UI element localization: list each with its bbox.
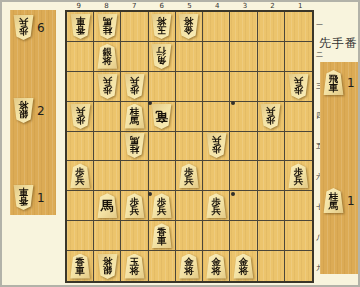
square-5-5[interactable]: [176, 132, 203, 162]
shogi-piece-knight-sente[interactable]: 桂馬: [124, 104, 145, 129]
square-9-2[interactable]: [67, 42, 94, 72]
piece-face: 香車: [151, 223, 172, 248]
gote-captured-stand: 歩兵6銀将2香車1: [10, 10, 56, 215]
file-label-8: 8: [93, 2, 121, 10]
file-label-7: 7: [120, 2, 148, 10]
shogi-piece-pawn-sente[interactable]: 歩兵: [288, 163, 309, 188]
shogi-piece-silver-gote[interactable]: 銀将: [13, 98, 34, 123]
piece-kanji: 歩: [294, 86, 304, 95]
shogi-piece-gold-sente[interactable]: 金将: [178, 254, 199, 279]
square-6-7[interactable]: 歩兵: [149, 191, 176, 221]
file-label-2: 2: [259, 2, 287, 10]
square-5-7[interactable]: [176, 191, 203, 221]
piece-kanji: 将: [184, 266, 194, 275]
shogi-piece-pawn-gote[interactable]: 歩兵: [260, 104, 281, 129]
shogi-piece-lance-sente[interactable]: 香車: [70, 254, 91, 279]
piece-kanji: 兵: [211, 137, 221, 146]
square-8-8[interactable]: [94, 221, 121, 251]
piece-kanji: 車: [75, 17, 85, 26]
shogi-piece-lance-gote[interactable]: 香車: [13, 185, 34, 210]
square-8-7[interactable]: 馬: [94, 191, 121, 221]
square-2-4[interactable]: 歩兵: [258, 102, 285, 132]
file-label-5: 5: [176, 2, 204, 10]
piece-kanji: 兵: [211, 206, 221, 215]
piece-face: 歩兵: [206, 193, 227, 218]
piece-face: 銀将: [97, 44, 118, 69]
square-1-1[interactable]: [285, 12, 312, 42]
piece-kanji: 玉: [157, 26, 167, 35]
shogi-piece-gold-sente[interactable]: 金将: [233, 254, 254, 279]
file-label-9: 9: [65, 2, 93, 10]
piece-face: 銀将: [13, 98, 34, 123]
square-4-9[interactable]: 金将: [203, 251, 230, 281]
piece-face: 歩兵: [260, 104, 281, 129]
shogi-piece-pawn-gote[interactable]: 歩兵: [288, 74, 309, 99]
square-9-7[interactable]: [67, 191, 94, 221]
piece-face: 桂馬: [124, 133, 145, 158]
piece-kanji: 車: [329, 83, 339, 92]
piece-face: 竜: [151, 104, 172, 129]
piece-kanji: 将: [19, 102, 29, 111]
square-9-6[interactable]: 歩兵: [67, 161, 94, 191]
shogi-piece-gold-gote[interactable]: 金将: [178, 14, 199, 39]
square-8-9[interactable]: 銀将: [94, 251, 121, 281]
piece-kanji: 桂: [130, 146, 140, 155]
piece-kanji: 将: [211, 266, 221, 275]
shogi-piece-pawn-gote[interactable]: 歩兵: [206, 133, 227, 158]
square-1-7[interactable]: [285, 191, 312, 221]
shogi-piece-king-gote[interactable]: 玉将: [151, 14, 172, 39]
square-7-9[interactable]: 玉将: [121, 251, 148, 281]
piece-kanji: 車: [19, 189, 29, 198]
board-star-point: [148, 101, 152, 105]
gote-hand-pawn-count: 6: [37, 22, 45, 34]
piece-kanji: 角: [157, 56, 167, 65]
shogi-piece-pawn-gote[interactable]: 歩兵: [13, 15, 34, 40]
piece-face: 歩兵: [288, 74, 309, 99]
square-9-1[interactable]: 香車: [67, 12, 94, 42]
square-7-7[interactable]: 歩兵: [121, 191, 148, 221]
piece-face: 玉将: [151, 14, 172, 39]
turn-indicator: 先手番: [319, 35, 360, 52]
shogi-piece-rook-sente[interactable]: 飛車: [323, 70, 344, 95]
sente-hand-knight-count: 1: [347, 195, 355, 207]
shogi-piece-silver-sente[interactable]: 銀将: [97, 44, 118, 69]
shogi-piece-lance-sente[interactable]: 香車: [151, 223, 172, 248]
piece-kanji: 馬: [130, 116, 140, 125]
square-8-3[interactable]: 歩兵: [94, 72, 121, 102]
square-3-9[interactable]: 金将: [230, 251, 257, 281]
piece-kanji: 馬: [103, 17, 113, 26]
square-3-7[interactable]: [230, 191, 257, 221]
shogi-piece-pawn-gote[interactable]: 歩兵: [124, 74, 145, 99]
piece-face: 歩兵: [288, 163, 309, 188]
piece-face: 角行: [151, 44, 172, 69]
square-7-2[interactable]: [121, 42, 148, 72]
square-8-2[interactable]: 銀将: [94, 42, 121, 72]
square-1-2[interactable]: [285, 42, 312, 72]
square-6-2[interactable]: 角行: [149, 42, 176, 72]
shogi-piece-knight-sente[interactable]: 桂馬: [323, 188, 344, 213]
square-2-9[interactable]: [258, 251, 285, 281]
file-coordinate-labels: 987654321: [65, 2, 314, 10]
square-9-9[interactable]: 香車: [67, 251, 94, 281]
square-5-1[interactable]: 金将: [176, 12, 203, 42]
gote-hand-pawn[interactable]: 歩兵6: [10, 15, 56, 40]
piece-kanji: 銀: [19, 111, 29, 120]
shogi-piece-knight-gote[interactable]: 桂馬: [124, 133, 145, 158]
piece-face: 香車: [70, 254, 91, 279]
square-9-5[interactable]: [67, 132, 94, 162]
square-4-4[interactable]: [203, 102, 230, 132]
square-7-8[interactable]: [121, 221, 148, 251]
square-5-2[interactable]: [176, 42, 203, 72]
piece-face: 歩兵: [13, 15, 34, 40]
piece-face: 歩兵: [151, 193, 172, 218]
square-8-6[interactable]: [94, 161, 121, 191]
board-star-point: [231, 192, 235, 196]
piece-face: 桂馬: [323, 188, 344, 213]
piece-kanji: 兵: [75, 107, 85, 116]
piece-kanji: 香: [19, 198, 29, 207]
square-4-8[interactable]: [203, 221, 230, 251]
square-5-6[interactable]: 歩兵: [176, 161, 203, 191]
square-2-8[interactable]: [258, 221, 285, 251]
shogi-piece-pawn-sente[interactable]: 歩兵: [124, 193, 145, 218]
square-6-1[interactable]: 玉将: [149, 12, 176, 42]
sente-captured-stand: 飛車1桂馬1: [320, 62, 358, 274]
piece-kanji: 行: [157, 47, 167, 56]
square-1-5[interactable]: [285, 132, 312, 162]
square-5-4[interactable]: [176, 102, 203, 132]
gote-hand-silver-count: 2: [37, 105, 45, 117]
square-5-9[interactable]: 金将: [176, 251, 203, 281]
piece-kanji: 車: [157, 236, 167, 245]
square-4-3[interactable]: [203, 72, 230, 102]
piece-kanji: 兵: [294, 176, 304, 185]
square-7-6[interactable]: [121, 161, 148, 191]
piece-face: 金将: [178, 254, 199, 279]
piece-kanji: 歩: [266, 116, 276, 125]
square-2-2[interactable]: [258, 42, 285, 72]
sente-hand-knight[interactable]: 桂馬1: [320, 188, 358, 213]
square-4-1[interactable]: [203, 12, 230, 42]
piece-kanji: 歩: [211, 146, 221, 155]
shogi-piece-promoted-rook-gote[interactable]: 竜: [151, 104, 172, 129]
file-label-3: 3: [231, 2, 259, 10]
shogi-piece-lance-gote[interactable]: 香車: [70, 14, 91, 39]
piece-kanji: 兵: [266, 107, 276, 116]
shogi-diagram: 歩兵6銀将2香車1 987654321 香車桂馬玉将金将銀将角行歩兵歩兵歩兵歩兵…: [0, 0, 360, 287]
square-3-6[interactable]: [230, 161, 257, 191]
file-label-1: 1: [286, 2, 314, 10]
sente-hand-rook-count: 1: [347, 77, 355, 89]
shogi-piece-gold-sente[interactable]: 金将: [206, 254, 227, 279]
piece-face: 馬: [97, 193, 118, 218]
piece-face: 銀将: [97, 254, 118, 279]
piece-face: 歩兵: [97, 74, 118, 99]
square-1-6[interactable]: 歩兵: [285, 161, 312, 191]
square-2-5[interactable]: [258, 132, 285, 162]
square-1-3[interactable]: 歩兵: [285, 72, 312, 102]
shogi-piece-pawn-sente[interactable]: 歩兵: [206, 193, 227, 218]
piece-face: 桂馬: [97, 14, 118, 39]
piece-kanji: 香: [75, 26, 85, 35]
square-4-7[interactable]: 歩兵: [203, 191, 230, 221]
square-4-6[interactable]: [203, 161, 230, 191]
file-label-4: 4: [203, 2, 231, 10]
square-2-7[interactable]: [258, 191, 285, 221]
square-4-2[interactable]: [203, 42, 230, 72]
shogi-piece-pawn-sente[interactable]: 歩兵: [70, 163, 91, 188]
square-3-1[interactable]: [230, 12, 257, 42]
square-9-3[interactable]: [67, 72, 94, 102]
square-7-4[interactable]: 桂馬: [121, 102, 148, 132]
square-7-3[interactable]: 歩兵: [121, 72, 148, 102]
square-7-5[interactable]: 桂馬: [121, 132, 148, 162]
piece-kanji: 兵: [130, 77, 140, 86]
piece-face: 香車: [13, 185, 34, 210]
square-1-8[interactable]: [285, 221, 312, 251]
square-3-8[interactable]: [230, 221, 257, 251]
square-6-3[interactable]: [149, 72, 176, 102]
piece-kanji: 銀: [103, 266, 113, 275]
square-5-8[interactable]: [176, 221, 203, 251]
piece-kanji: 歩: [103, 86, 113, 95]
square-8-5[interactable]: [94, 132, 121, 162]
piece-face: 歩兵: [70, 163, 91, 188]
piece-face: 歩兵: [70, 104, 91, 129]
piece-kanji: 将: [130, 266, 140, 275]
shogi-board: 香車桂馬玉将金将銀将角行歩兵歩兵歩兵歩兵桂馬竜歩兵桂馬歩兵歩兵歩兵歩兵馬歩兵歩兵…: [65, 10, 314, 283]
piece-kanji: 歩: [130, 86, 140, 95]
piece-kanji: 竜: [155, 109, 168, 123]
square-4-5[interactable]: 歩兵: [203, 132, 230, 162]
piece-face: 歩兵: [124, 193, 145, 218]
piece-kanji: 兵: [130, 206, 140, 215]
piece-kanji: 兵: [75, 176, 85, 185]
shogi-piece-pawn-sente[interactable]: 歩兵: [178, 163, 199, 188]
piece-face: 金将: [206, 254, 227, 279]
board-star-point: [231, 101, 235, 105]
square-2-6[interactable]: [258, 161, 285, 191]
shogi-piece-silver-gote[interactable]: 銀将: [97, 254, 118, 279]
piece-face: 桂馬: [124, 104, 145, 129]
piece-kanji: 馬: [101, 199, 114, 213]
square-3-3[interactable]: [230, 72, 257, 102]
square-2-3[interactable]: [258, 72, 285, 102]
square-3-5[interactable]: [230, 132, 257, 162]
piece-kanji: 兵: [294, 77, 304, 86]
piece-kanji: 桂: [103, 26, 113, 35]
shogi-piece-pawn-gote[interactable]: 歩兵: [97, 74, 118, 99]
piece-kanji: 兵: [157, 206, 167, 215]
gote-hand-lance-count: 1: [37, 192, 45, 204]
square-6-6[interactable]: [149, 161, 176, 191]
piece-face: 金将: [233, 254, 254, 279]
piece-kanji: 歩: [75, 116, 85, 125]
piece-face: 飛車: [323, 70, 344, 95]
file-label-6: 6: [148, 2, 176, 10]
board-star-point: [148, 192, 152, 196]
square-6-4[interactable]: 竜: [149, 102, 176, 132]
square-1-9[interactable]: [285, 251, 312, 281]
square-7-1[interactable]: [121, 12, 148, 42]
square-9-4[interactable]: 歩兵: [67, 102, 94, 132]
shogi-piece-promoted-bishop-sente[interactable]: 馬: [97, 193, 118, 218]
sente-hand-rook[interactable]: 飛車1: [320, 70, 358, 95]
piece-kanji: 将: [103, 257, 113, 266]
piece-face: 歩兵: [124, 74, 145, 99]
piece-face: 香車: [70, 14, 91, 39]
piece-kanji: 馬: [130, 137, 140, 146]
shogi-piece-king-sente[interactable]: 玉将: [124, 254, 145, 279]
piece-face: 歩兵: [178, 163, 199, 188]
piece-kanji: 兵: [103, 77, 113, 86]
piece-kanji: 将: [157, 17, 167, 26]
piece-kanji: 兵: [19, 19, 29, 28]
piece-face: 玉将: [124, 254, 145, 279]
square-2-1[interactable]: [258, 12, 285, 42]
square-1-4[interactable]: [285, 102, 312, 132]
shogi-piece-pawn-sente[interactable]: 歩兵: [151, 193, 172, 218]
shogi-piece-bishop-gote[interactable]: 角行: [151, 44, 172, 69]
piece-kanji: 車: [75, 266, 85, 275]
gote-hand-lance[interactable]: 香車1: [10, 185, 56, 210]
piece-face: 金将: [178, 14, 199, 39]
piece-face: 歩兵: [206, 133, 227, 158]
piece-kanji: 将: [103, 56, 113, 65]
shogi-piece-pawn-gote[interactable]: 歩兵: [70, 104, 91, 129]
square-8-1[interactable]: 桂馬: [94, 12, 121, 42]
piece-kanji: 兵: [184, 176, 194, 185]
square-3-2[interactable]: [230, 42, 257, 72]
square-3-4[interactable]: [230, 102, 257, 132]
square-9-8[interactable]: [67, 221, 94, 251]
piece-kanji: 将: [239, 266, 249, 275]
square-6-8[interactable]: 香車: [149, 221, 176, 251]
shogi-piece-knight-gote[interactable]: 桂馬: [97, 14, 118, 39]
gote-hand-silver[interactable]: 銀将2: [10, 98, 56, 123]
piece-kanji: 金: [184, 26, 194, 35]
piece-kanji: 将: [184, 17, 194, 26]
piece-kanji: 歩: [19, 28, 29, 37]
piece-kanji: 馬: [329, 201, 339, 210]
square-6-9[interactable]: [149, 251, 176, 281]
square-8-4[interactable]: [94, 102, 121, 132]
square-5-3[interactable]: [176, 72, 203, 102]
square-6-5[interactable]: [149, 132, 176, 162]
